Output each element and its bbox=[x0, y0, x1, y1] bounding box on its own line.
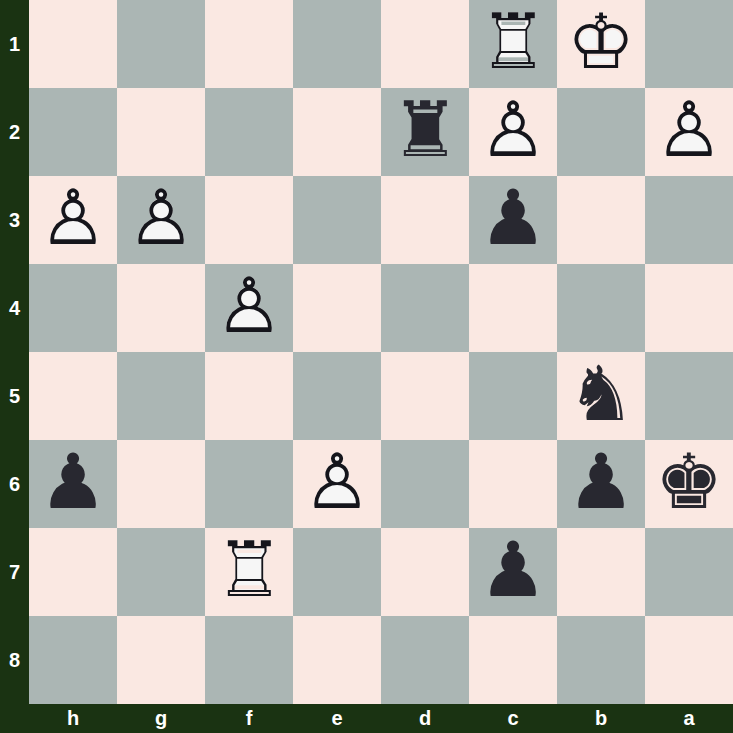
piece-glyph: ♟ bbox=[469, 528, 557, 616]
piece-glyph: ♟ bbox=[469, 176, 557, 264]
square-h2[interactable] bbox=[29, 88, 117, 176]
square-e3[interactable] bbox=[293, 176, 381, 264]
square-c2[interactable]: ♟♙ bbox=[469, 88, 557, 176]
square-c1[interactable]: ♜♖ bbox=[469, 0, 557, 88]
square-g6[interactable] bbox=[117, 440, 205, 528]
square-d4[interactable] bbox=[381, 264, 469, 352]
piece-glyph: ♞ bbox=[557, 352, 645, 440]
square-c7[interactable]: ♟ bbox=[469, 528, 557, 616]
file-label-h: h bbox=[29, 704, 117, 733]
square-g8[interactable] bbox=[117, 616, 205, 704]
rank-label-3: 3 bbox=[0, 176, 29, 264]
white-pawn-piece[interactable]: ♟♙ bbox=[645, 88, 733, 176]
white-rook-piece[interactable]: ♜♖ bbox=[205, 528, 293, 616]
white-pawn-piece[interactable]: ♟♙ bbox=[293, 440, 381, 528]
black-pawn-piece[interactable]: ♟ bbox=[557, 440, 645, 528]
square-f8[interactable] bbox=[205, 616, 293, 704]
square-b4[interactable] bbox=[557, 264, 645, 352]
square-a2[interactable]: ♟♙ bbox=[645, 88, 733, 176]
square-b7[interactable] bbox=[557, 528, 645, 616]
square-e8[interactable] bbox=[293, 616, 381, 704]
square-a8[interactable] bbox=[645, 616, 733, 704]
piece-outline-glyph: ♔ bbox=[557, 0, 645, 88]
square-e4[interactable] bbox=[293, 264, 381, 352]
square-f3[interactable] bbox=[205, 176, 293, 264]
square-b8[interactable] bbox=[557, 616, 645, 704]
square-a6[interactable]: ♚ bbox=[645, 440, 733, 528]
square-a1[interactable] bbox=[645, 0, 733, 88]
square-h3[interactable]: ♟♙ bbox=[29, 176, 117, 264]
black-knight-piece[interactable]: ♞ bbox=[557, 352, 645, 440]
file-label-f: f bbox=[205, 704, 293, 733]
chess-board-panel: 12345678 ♜♖♚♔♜♟♙♟♙♟♙♟♙♟♟♙♞♟♟♙♟♚♜♖♟ hgfed… bbox=[0, 0, 733, 733]
square-e5[interactable] bbox=[293, 352, 381, 440]
square-h1[interactable] bbox=[29, 0, 117, 88]
black-rook-piece[interactable]: ♜ bbox=[381, 88, 469, 176]
square-d2[interactable]: ♜ bbox=[381, 88, 469, 176]
square-d7[interactable] bbox=[381, 528, 469, 616]
white-pawn-piece[interactable]: ♟♙ bbox=[29, 176, 117, 264]
black-king-piece[interactable]: ♚ bbox=[645, 440, 733, 528]
square-h8[interactable] bbox=[29, 616, 117, 704]
rank-label-4: 4 bbox=[0, 264, 29, 352]
black-pawn-piece[interactable]: ♟ bbox=[469, 528, 557, 616]
square-f5[interactable] bbox=[205, 352, 293, 440]
square-f6[interactable] bbox=[205, 440, 293, 528]
rank-label-2: 2 bbox=[0, 88, 29, 176]
square-b3[interactable] bbox=[557, 176, 645, 264]
rank-labels: 12345678 bbox=[0, 0, 29, 704]
piece-outline-glyph: ♖ bbox=[469, 0, 557, 88]
white-pawn-piece[interactable]: ♟♙ bbox=[205, 264, 293, 352]
square-e1[interactable] bbox=[293, 0, 381, 88]
square-c4[interactable] bbox=[469, 264, 557, 352]
square-h6[interactable]: ♟ bbox=[29, 440, 117, 528]
piece-glyph: ♚ bbox=[645, 440, 733, 528]
file-label-c: c bbox=[469, 704, 557, 733]
square-b5[interactable]: ♞ bbox=[557, 352, 645, 440]
square-f1[interactable] bbox=[205, 0, 293, 88]
rank-label-7: 7 bbox=[0, 528, 29, 616]
piece-outline-glyph: ♙ bbox=[117, 176, 205, 264]
file-label-b: b bbox=[557, 704, 645, 733]
square-e2[interactable] bbox=[293, 88, 381, 176]
square-c6[interactable] bbox=[469, 440, 557, 528]
square-h5[interactable] bbox=[29, 352, 117, 440]
square-c8[interactable] bbox=[469, 616, 557, 704]
square-b2[interactable] bbox=[557, 88, 645, 176]
file-label-a: a bbox=[645, 704, 733, 733]
square-h7[interactable] bbox=[29, 528, 117, 616]
square-g2[interactable] bbox=[117, 88, 205, 176]
file-label-d: d bbox=[381, 704, 469, 733]
piece-outline-glyph: ♙ bbox=[645, 88, 733, 176]
square-a7[interactable] bbox=[645, 528, 733, 616]
black-pawn-piece[interactable]: ♟ bbox=[29, 440, 117, 528]
piece-glyph: ♜ bbox=[381, 88, 469, 176]
white-pawn-piece[interactable]: ♟♙ bbox=[469, 88, 557, 176]
square-a3[interactable] bbox=[645, 176, 733, 264]
piece-outline-glyph: ♙ bbox=[205, 264, 293, 352]
square-f2[interactable] bbox=[205, 88, 293, 176]
square-g3[interactable]: ♟♙ bbox=[117, 176, 205, 264]
piece-outline-glyph: ♙ bbox=[469, 88, 557, 176]
file-labels: hgfedcba bbox=[29, 704, 733, 733]
piece-outline-glyph: ♙ bbox=[29, 176, 117, 264]
white-pawn-piece[interactable]: ♟♙ bbox=[117, 176, 205, 264]
square-b6[interactable]: ♟ bbox=[557, 440, 645, 528]
square-c3[interactable]: ♟ bbox=[469, 176, 557, 264]
square-g7[interactable] bbox=[117, 528, 205, 616]
square-d8[interactable] bbox=[381, 616, 469, 704]
white-king-piece[interactable]: ♚♔ bbox=[557, 0, 645, 88]
square-f7[interactable]: ♜♖ bbox=[205, 528, 293, 616]
square-c5[interactable] bbox=[469, 352, 557, 440]
piece-outline-glyph: ♙ bbox=[293, 440, 381, 528]
square-e6[interactable]: ♟♙ bbox=[293, 440, 381, 528]
square-b1[interactable]: ♚♔ bbox=[557, 0, 645, 88]
file-label-e: e bbox=[293, 704, 381, 733]
rank-label-8: 8 bbox=[0, 616, 29, 704]
file-label-g: g bbox=[117, 704, 205, 733]
square-d3[interactable] bbox=[381, 176, 469, 264]
board-grid: ♜♖♚♔♜♟♙♟♙♟♙♟♙♟♟♙♞♟♟♙♟♚♜♖♟ bbox=[29, 0, 733, 704]
square-d5[interactable] bbox=[381, 352, 469, 440]
square-a4[interactable] bbox=[645, 264, 733, 352]
square-d1[interactable] bbox=[381, 0, 469, 88]
piece-outline-glyph: ♖ bbox=[205, 528, 293, 616]
square-h4[interactable] bbox=[29, 264, 117, 352]
rank-label-5: 5 bbox=[0, 352, 29, 440]
black-pawn-piece[interactable]: ♟ bbox=[469, 176, 557, 264]
square-d6[interactable] bbox=[381, 440, 469, 528]
square-g4[interactable] bbox=[117, 264, 205, 352]
white-rook-piece[interactable]: ♜♖ bbox=[469, 0, 557, 88]
piece-glyph: ♟ bbox=[557, 440, 645, 528]
square-e7[interactable] bbox=[293, 528, 381, 616]
rank-label-6: 6 bbox=[0, 440, 29, 528]
square-f4[interactable]: ♟♙ bbox=[205, 264, 293, 352]
rank-label-1: 1 bbox=[0, 0, 29, 88]
square-g5[interactable] bbox=[117, 352, 205, 440]
piece-glyph: ♟ bbox=[29, 440, 117, 528]
square-g1[interactable] bbox=[117, 0, 205, 88]
square-a5[interactable] bbox=[645, 352, 733, 440]
